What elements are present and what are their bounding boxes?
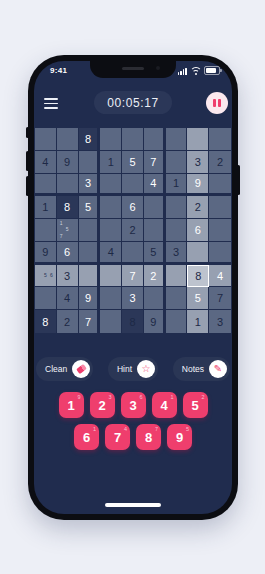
cell-r2c6[interactable]: 7: [144, 151, 166, 174]
cell-r1c6[interactable]: [144, 128, 166, 151]
game-timer: 00:05:17: [94, 91, 172, 114]
cell-r6c5[interactable]: [122, 242, 144, 265]
cell-r2c8[interactable]: 3: [187, 151, 209, 174]
cell-r1c7[interactable]: [166, 128, 188, 151]
pencil-mark: 1: [58, 221, 64, 226]
remaining-count-badge: 1: [93, 426, 96, 432]
notes-button[interactable]: Notes ✎: [173, 357, 230, 381]
cell-r3c4[interactable]: [100, 174, 122, 197]
pause-button[interactable]: [206, 92, 228, 114]
pause-icon: [213, 99, 215, 107]
cell-r6c1[interactable]: 9: [35, 242, 57, 265]
page-background: 9:41 00:05:17 84915732341918562157269645…: [0, 0, 265, 574]
battery-icon: [204, 66, 220, 75]
numpad-4[interactable]: 41: [152, 392, 177, 418]
numpad-3[interactable]: 36: [121, 392, 146, 418]
cell-r8c4[interactable]: [100, 287, 122, 310]
numpad-row: 1923364152: [59, 392, 208, 418]
cell-r9c2[interactable]: 2: [57, 310, 79, 333]
cell-r3c3[interactable]: 3: [79, 174, 101, 197]
cell-r2c2[interactable]: 9: [57, 151, 79, 174]
cell-r7c7[interactable]: [166, 265, 188, 288]
cell-r9c6[interactable]: 9: [144, 310, 166, 333]
notch: [90, 61, 176, 78]
numpad-7[interactable]: 74: [105, 424, 130, 450]
cell-r9c1[interactable]: 8: [35, 310, 57, 333]
remaining-count-badge: 4: [124, 426, 127, 432]
cell-r3c9[interactable]: [209, 174, 231, 197]
cell-r5c9[interactable]: [209, 219, 231, 242]
cell-r2c4[interactable]: 1: [100, 151, 122, 174]
cell-r1c4[interactable]: [100, 128, 122, 151]
cell-r4c9[interactable]: [209, 196, 231, 219]
cell-r5c1[interactable]: [35, 219, 57, 242]
eraser-icon: [76, 364, 87, 374]
cell-r8c1[interactable]: [35, 287, 57, 310]
cell-r2c9[interactable]: 2: [209, 151, 231, 174]
pencil-mark: 7: [58, 234, 64, 239]
cell-r9c9[interactable]: 3: [209, 310, 231, 333]
cell-r2c1[interactable]: 4: [35, 151, 57, 174]
cell-r9c5[interactable]: 8: [122, 310, 144, 333]
cell-r6c6[interactable]: 5: [144, 242, 166, 265]
cell-r3c5[interactable]: [122, 174, 144, 197]
remaining-count-badge: 2: [201, 394, 204, 400]
cell-r2c7[interactable]: [166, 151, 188, 174]
numpad-1[interactable]: 19: [59, 392, 84, 418]
volume-down-button: [26, 176, 29, 196]
cell-r5c8[interactable]: 6: [187, 219, 209, 242]
mute-switch: [26, 127, 29, 138]
remaining-count-badge: 6: [139, 394, 142, 400]
numpad-9[interactable]: 95: [167, 424, 192, 450]
cell-r4c4[interactable]: [100, 196, 122, 219]
cell-r7c3[interactable]: [79, 265, 101, 288]
hint-button[interactable]: Hint ☆: [108, 357, 158, 381]
cell-r6c3[interactable]: [79, 242, 101, 265]
clean-button[interactable]: Clean: [36, 357, 93, 381]
cell-r7c9[interactable]: 4: [209, 265, 231, 288]
cell-r9c4[interactable]: [100, 310, 122, 333]
cell-r5c2[interactable]: 157: [57, 219, 79, 242]
cell-r7c8[interactable]: 8: [187, 265, 209, 288]
cell-r7c4[interactable]: [100, 265, 122, 288]
pencil-mark: 5: [64, 227, 70, 232]
pencil-mark: 6: [48, 273, 54, 278]
cell-r1c2[interactable]: [57, 128, 79, 151]
cell-r5c7[interactable]: [166, 219, 188, 242]
remaining-count-badge: 5: [186, 426, 189, 432]
cell-r2c5[interactable]: 5: [122, 151, 144, 174]
wifi-icon: [190, 67, 201, 75]
cell-r7c5[interactable]: 7: [122, 265, 144, 288]
remaining-count-badge: 7: [155, 426, 158, 432]
camera-dot: [156, 66, 160, 70]
cell-r6c4[interactable]: 4: [100, 242, 122, 265]
numpad-6[interactable]: 61: [74, 424, 99, 450]
cell-r4c5[interactable]: 6: [122, 196, 144, 219]
cell-r9c8[interactable]: 1: [187, 310, 209, 333]
cell-r2c3[interactable]: [79, 151, 101, 174]
action-buttons: Clean Hint ☆ Notes ✎: [36, 357, 230, 381]
cell-r3c2[interactable]: [57, 174, 79, 197]
numpad-row: 61748795: [74, 424, 192, 450]
pause-icon: [218, 99, 220, 107]
cell-r8c5[interactable]: 3: [122, 287, 144, 310]
cell-r7c1[interactable]: 56: [35, 265, 57, 288]
cellular-signal-icon: [178, 68, 187, 75]
numpad-8[interactable]: 87: [136, 424, 161, 450]
cell-r1c8[interactable]: [187, 128, 209, 151]
numpad-5[interactable]: 52: [183, 392, 208, 418]
cell-r7c6[interactable]: 2: [144, 265, 166, 288]
cell-r5c5[interactable]: 2: [122, 219, 144, 242]
cell-r4c6[interactable]: [144, 196, 166, 219]
sudoku-grid: 8491573234191856215726964535637284493578…: [35, 128, 231, 333]
number-pad: 192336415261748795: [34, 392, 232, 450]
star-icon: ☆: [142, 364, 151, 374]
remaining-count-badge: 1: [170, 394, 173, 400]
speaker: [122, 67, 144, 70]
numpad-2[interactable]: 23: [90, 392, 115, 418]
cell-r5c3[interactable]: [79, 219, 101, 242]
remaining-count-badge: 9: [77, 394, 80, 400]
cell-r8c2[interactable]: 4: [57, 287, 79, 310]
cell-r6c9[interactable]: [209, 242, 231, 265]
cell-r1c5[interactable]: [122, 128, 144, 151]
cell-r6c7[interactable]: 3: [166, 242, 188, 265]
pencil-icon: ✎: [214, 364, 222, 374]
cell-r8c8[interactable]: 5: [187, 287, 209, 310]
remaining-count-badge: 3: [108, 394, 111, 400]
cell-r9c7[interactable]: [166, 310, 188, 333]
cell-r3c8[interactable]: 9: [187, 174, 209, 197]
cell-r4c7[interactable]: [166, 196, 188, 219]
volume-up-button: [26, 151, 29, 171]
cell-r4c1[interactable]: 1: [35, 196, 57, 219]
cell-r8c9[interactable]: 7: [209, 287, 231, 310]
cell-r4c2[interactable]: 8: [57, 196, 79, 219]
cell-r8c3[interactable]: 9: [79, 287, 101, 310]
cell-r4c8[interactable]: 2: [187, 196, 209, 219]
cell-r6c2[interactable]: 6: [57, 242, 79, 265]
cell-r4c3[interactable]: 5: [79, 196, 101, 219]
phone-frame: 9:41 00:05:17 84915732341918562157269645…: [28, 55, 238, 520]
power-button: [237, 165, 240, 195]
menu-button[interactable]: [44, 98, 58, 109]
cell-r3c1[interactable]: [35, 174, 57, 197]
cell-r7c2[interactable]: 3: [57, 265, 79, 288]
cell-r1c3[interactable]: 8: [79, 128, 101, 151]
cell-r5c4[interactable]: [100, 219, 122, 242]
status-time: 9:41: [50, 66, 67, 75]
cell-r3c7[interactable]: 1: [166, 174, 188, 197]
cell-r3c6[interactable]: 4: [144, 174, 166, 197]
cell-r8c6[interactable]: [144, 287, 166, 310]
home-indicator[interactable]: [105, 503, 161, 507]
cell-r9c3[interactable]: 7: [79, 310, 101, 333]
cell-r6c8[interactable]: [187, 242, 209, 265]
cell-r1c1[interactable]: [35, 128, 57, 151]
cell-r1c9[interactable]: [209, 128, 231, 151]
cell-r8c7[interactable]: [166, 287, 188, 310]
cell-r5c6[interactable]: [144, 219, 166, 242]
app-screen: 9:41 00:05:17 84915732341918562157269645…: [34, 61, 232, 514]
